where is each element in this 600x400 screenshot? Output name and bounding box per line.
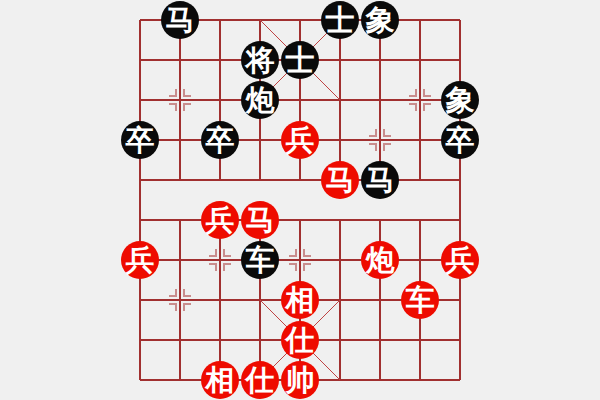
piece-red-elephant[interactable]: 相	[201, 361, 239, 399]
board-cell: 象	[360, 0, 400, 40]
board-cell: 卒	[200, 120, 240, 160]
xiangqi-screenshot: 马士象将士炮象卒卒兵卒马马兵马兵车炮兵相车仕相仕帅	[0, 0, 600, 400]
board-cell: 士	[320, 0, 360, 40]
board-cell: 士	[280, 40, 320, 80]
board-cell: 相	[200, 360, 240, 400]
piece-black-cannon[interactable]: 炮	[241, 81, 279, 119]
piece-black-soldier[interactable]: 卒	[441, 121, 479, 159]
piece-black-horse[interactable]: 马	[161, 1, 199, 39]
board-cell: 象	[440, 80, 480, 120]
board-cell: 仕	[280, 320, 320, 360]
xiangqi-board[interactable]: 马士象将士炮象卒卒兵卒马马兵马兵车炮兵相车仕相仕帅	[120, 0, 480, 400]
piece-red-elephant[interactable]: 相	[281, 281, 319, 319]
board-cell: 马	[360, 160, 400, 200]
piece-red-soldier[interactable]: 兵	[281, 121, 319, 159]
piece-red-general[interactable]: 帅	[281, 361, 319, 399]
board-cell: 炮	[360, 240, 400, 280]
board-cell: 卒	[440, 120, 480, 160]
board-cell: 相	[280, 280, 320, 320]
board-cell: 马	[320, 160, 360, 200]
board-cell: 车	[400, 280, 440, 320]
piece-red-soldier[interactable]: 兵	[121, 241, 159, 279]
piece-red-soldier[interactable]: 兵	[201, 201, 239, 239]
board-cell: 兵	[440, 240, 480, 280]
board-cell: 兵	[200, 200, 240, 240]
piece-red-advisor[interactable]: 仕	[241, 361, 279, 399]
piece-red-chariot[interactable]: 车	[401, 281, 439, 319]
board-cell: 马	[240, 200, 280, 240]
board-cell: 马	[160, 0, 200, 40]
piece-black-elephant[interactable]: 象	[361, 1, 399, 39]
piece-black-chariot[interactable]: 车	[241, 241, 279, 279]
piece-red-advisor[interactable]: 仕	[281, 321, 319, 359]
piece-red-cannon[interactable]: 炮	[361, 241, 399, 279]
board-cell: 仕	[240, 360, 280, 400]
board-cell: 兵	[280, 120, 320, 160]
board-cell: 炮	[240, 80, 280, 120]
board-cell: 将	[240, 40, 280, 80]
board-cell: 车	[240, 240, 280, 280]
board-cell: 兵	[120, 240, 160, 280]
piece-black-soldier[interactable]: 卒	[121, 121, 159, 159]
board-cell: 卒	[120, 120, 160, 160]
piece-red-horse[interactable]: 马	[241, 201, 279, 239]
piece-black-elephant[interactable]: 象	[441, 81, 479, 119]
piece-black-advisor[interactable]: 士	[321, 1, 359, 39]
piece-black-soldier[interactable]: 卒	[201, 121, 239, 159]
board-cell: 帅	[280, 360, 320, 400]
piece-red-soldier[interactable]: 兵	[441, 241, 479, 279]
piece-black-horse[interactable]: 马	[361, 161, 399, 199]
piece-red-horse[interactable]: 马	[321, 161, 359, 199]
piece-black-advisor[interactable]: 士	[281, 41, 319, 79]
piece-black-general[interactable]: 将	[241, 41, 279, 79]
